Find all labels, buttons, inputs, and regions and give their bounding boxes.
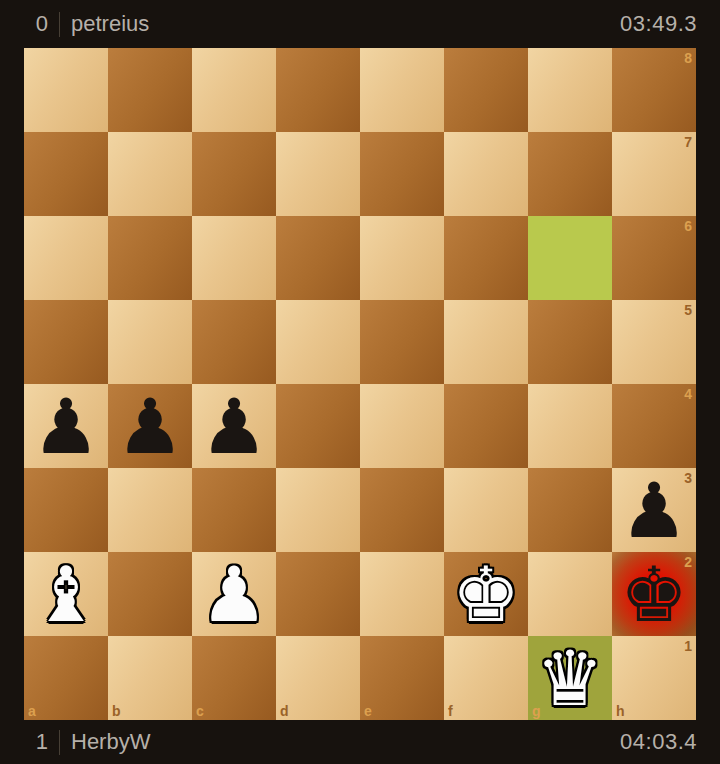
square-e2[interactable] (360, 552, 444, 636)
square-e8[interactable] (360, 48, 444, 132)
square-d1[interactable]: d (276, 636, 360, 720)
bottom-player-name: HerbyW (71, 729, 150, 755)
square-g1[interactable]: g♛ (528, 636, 612, 720)
square-g8[interactable] (528, 48, 612, 132)
white-king-f2[interactable]: ♚ (444, 553, 528, 637)
square-h8[interactable]: 8 (612, 48, 696, 132)
coord-file-d: d (280, 704, 289, 718)
square-g2[interactable] (528, 552, 612, 636)
square-c5[interactable] (192, 300, 276, 384)
square-a4[interactable]: ♟ (24, 384, 108, 468)
coord-file-c: c (196, 704, 204, 718)
white-queen-g1[interactable]: ♛ (528, 637, 612, 721)
square-b1[interactable]: b (108, 636, 192, 720)
square-h1[interactable]: 1h (612, 636, 696, 720)
square-h2[interactable]: 2♚ (612, 552, 696, 636)
square-f5[interactable] (444, 300, 528, 384)
square-e3[interactable] (360, 468, 444, 552)
black-king-h2[interactable]: ♚ (612, 553, 696, 637)
white-bishop-a2[interactable]: ♝ (24, 553, 108, 637)
square-a5[interactable] (24, 300, 108, 384)
square-h3[interactable]: 3♟ (612, 468, 696, 552)
square-g7[interactable] (528, 132, 612, 216)
square-d4[interactable] (276, 384, 360, 468)
coord-rank-4: 4 (684, 387, 692, 401)
square-f7[interactable] (444, 132, 528, 216)
bottom-player-bar: 1 HerbyW 04:03.4 (0, 720, 720, 764)
square-e4[interactable] (360, 384, 444, 468)
square-f1[interactable]: f (444, 636, 528, 720)
square-d3[interactable] (276, 468, 360, 552)
square-c7[interactable] (192, 132, 276, 216)
score-name-divider (59, 730, 60, 755)
square-g4[interactable] (528, 384, 612, 468)
square-e5[interactable] (360, 300, 444, 384)
top-player-score: 0 (0, 11, 48, 37)
coord-file-f: f (448, 704, 453, 718)
square-f6[interactable] (444, 216, 528, 300)
bottom-player-score: 1 (0, 729, 48, 755)
square-d5[interactable] (276, 300, 360, 384)
square-h6[interactable]: 6 (612, 216, 696, 300)
square-c1[interactable]: c (192, 636, 276, 720)
coord-file-a: a (28, 704, 36, 718)
coord-rank-8: 8 (684, 51, 692, 65)
black-pawn-c4[interactable]: ♟ (192, 385, 276, 469)
square-b3[interactable] (108, 468, 192, 552)
bottom-player-clock: 04:03.4 (620, 729, 720, 755)
square-a7[interactable] (24, 132, 108, 216)
coord-rank-5: 5 (684, 303, 692, 317)
square-b4[interactable]: ♟ (108, 384, 192, 468)
square-d2[interactable] (276, 552, 360, 636)
black-pawn-b4[interactable]: ♟ (108, 385, 192, 469)
square-d7[interactable] (276, 132, 360, 216)
square-e6[interactable] (360, 216, 444, 300)
square-b8[interactable] (108, 48, 192, 132)
square-d8[interactable] (276, 48, 360, 132)
square-h4[interactable]: 4 (612, 384, 696, 468)
white-pawn-c2[interactable]: ♟ (192, 553, 276, 637)
square-h5[interactable]: 5 (612, 300, 696, 384)
top-player-bar: 0 petreius 03:49.3 (0, 0, 720, 48)
square-f2[interactable]: ♚ (444, 552, 528, 636)
square-g3[interactable] (528, 468, 612, 552)
square-a6[interactable] (24, 216, 108, 300)
top-player-name: petreius (71, 11, 149, 37)
square-e1[interactable]: e (360, 636, 444, 720)
coord-file-h: h (616, 704, 625, 718)
square-c4[interactable]: ♟ (192, 384, 276, 468)
square-f4[interactable] (444, 384, 528, 468)
square-c3[interactable] (192, 468, 276, 552)
coord-rank-1: 1 (684, 639, 692, 653)
square-b7[interactable] (108, 132, 192, 216)
square-f3[interactable] (444, 468, 528, 552)
square-e7[interactable] (360, 132, 444, 216)
chess-board[interactable]: 8765♟♟♟43♟♝♟♚2♚abcdefg♛1h (24, 48, 696, 720)
square-b6[interactable] (108, 216, 192, 300)
square-a3[interactable] (24, 468, 108, 552)
square-f8[interactable] (444, 48, 528, 132)
square-g6[interactable] (528, 216, 612, 300)
square-g5[interactable] (528, 300, 612, 384)
square-a2[interactable]: ♝ (24, 552, 108, 636)
black-pawn-h3[interactable]: ♟ (612, 469, 696, 553)
score-name-divider (59, 12, 60, 37)
coord-file-b: b (112, 704, 121, 718)
square-c6[interactable] (192, 216, 276, 300)
coord-rank-6: 6 (684, 219, 692, 233)
square-b2[interactable] (108, 552, 192, 636)
top-player-clock: 03:49.3 (620, 11, 720, 37)
square-c2[interactable]: ♟ (192, 552, 276, 636)
square-h7[interactable]: 7 (612, 132, 696, 216)
square-a1[interactable]: a (24, 636, 108, 720)
coord-rank-7: 7 (684, 135, 692, 149)
square-d6[interactable] (276, 216, 360, 300)
black-pawn-a4[interactable]: ♟ (24, 385, 108, 469)
square-a8[interactable] (24, 48, 108, 132)
square-b5[interactable] (108, 300, 192, 384)
coord-file-e: e (364, 704, 372, 718)
square-c8[interactable] (192, 48, 276, 132)
